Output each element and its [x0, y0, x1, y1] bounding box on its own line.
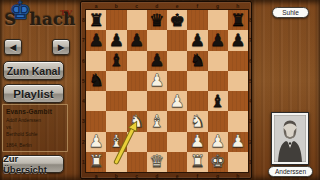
square-a7[interactable]: ♟ [86, 30, 106, 50]
white-knight: ♞ [187, 111, 207, 131]
zum-kanal-button[interactable]: Zum Kanal [3, 61, 64, 80]
white-bishop: ♝ [106, 132, 126, 152]
square-h8[interactable]: ♜ [228, 10, 248, 30]
prev-button[interactable]: ◀ [4, 39, 22, 55]
file-label: b [106, 173, 126, 179]
square-f7[interactable]: ♟ [187, 30, 207, 50]
black-bishop: ♝ [106, 51, 126, 71]
square-c8[interactable] [127, 10, 147, 30]
square-h7[interactable]: ♟ [228, 30, 248, 50]
square-g1[interactable]: ♚ [208, 152, 228, 172]
square-c2[interactable] [127, 132, 147, 152]
event-label: 1864, Berlin [6, 143, 64, 148]
file-label: d [147, 173, 167, 179]
square-d7[interactable] [147, 30, 167, 50]
white-bishop: ♝ [147, 111, 167, 131]
square-e7[interactable] [167, 30, 187, 50]
file-labels-top: abcdefgh [86, 3, 248, 9]
file-label: a [86, 3, 106, 9]
white-pawn: ♟ [208, 132, 228, 152]
square-f3[interactable]: ♞ [187, 111, 207, 131]
file-label: g [208, 3, 228, 9]
square-d3[interactable]: ♝ [147, 111, 167, 131]
portrait-image [274, 115, 306, 162]
black-pawn: ♟ [127, 30, 147, 50]
file-label: h [228, 173, 248, 179]
rank-label: 3 [248, 111, 253, 131]
file-label: c [127, 173, 147, 179]
square-e2[interactable] [167, 132, 187, 152]
game-info-box: Evans-Gambit Adolf Anderssen vs. Berthol… [2, 104, 68, 152]
rank-label: 4 [248, 91, 253, 111]
file-label: d [147, 3, 167, 9]
opening-title: Evans-Gambit [6, 108, 64, 115]
white-pawn: ♟ [187, 132, 207, 152]
square-g3[interactable] [208, 111, 228, 131]
black-pawn: ♟ [86, 30, 106, 50]
rank-label: 1 [248, 152, 253, 172]
white-rook: ♜ [187, 152, 207, 172]
square-d8[interactable]: ♛ [147, 10, 167, 30]
rank-label: 6 [248, 51, 253, 71]
square-f8[interactable] [187, 10, 207, 30]
white-player-badge: Anderssen [268, 166, 313, 177]
white-pawn: ♟ [167, 91, 187, 111]
file-label: a [86, 173, 106, 179]
rank-label: 5 [248, 71, 253, 91]
square-c3[interactable]: ♞ [127, 111, 147, 131]
square-b1[interactable] [106, 152, 126, 172]
square-h3[interactable] [228, 111, 248, 131]
square-b5[interactable] [106, 71, 126, 91]
square-d4[interactable] [147, 91, 167, 111]
square-a6[interactable] [86, 51, 106, 71]
file-label: h [228, 3, 248, 9]
square-a4[interactable] [86, 91, 106, 111]
square-b8[interactable] [106, 10, 126, 30]
logo-tv-superscript: TV [60, 7, 72, 17]
square-c1[interactable] [127, 152, 147, 172]
black-knight: ♞ [86, 71, 106, 91]
square-e5[interactable] [167, 71, 187, 91]
square-d2[interactable] [147, 132, 167, 152]
white-player-name: Adolf Anderssen [6, 118, 64, 125]
square-g5[interactable] [208, 71, 228, 91]
black-pawn: ♟ [147, 51, 167, 71]
white-pawn: ♟ [147, 71, 167, 91]
black-bishop: ♝ [208, 91, 228, 111]
white-king: ♚ [208, 152, 228, 172]
square-g8[interactable] [208, 10, 228, 30]
left-arrow-icon: ◀ [10, 43, 16, 52]
square-c7[interactable]: ♟ [127, 30, 147, 50]
anderssen-portrait [271, 112, 309, 165]
square-h4[interactable] [228, 91, 248, 111]
white-rook: ♜ [86, 152, 106, 172]
square-f2[interactable]: ♟ [187, 132, 207, 152]
square-f1[interactable]: ♜ [187, 152, 207, 172]
playlist-button[interactable]: Playlist [3, 84, 64, 103]
square-f5[interactable] [187, 71, 207, 91]
square-g6[interactable] [208, 51, 228, 71]
square-c4[interactable] [127, 91, 147, 111]
black-rook: ♜ [86, 10, 106, 30]
black-queen: ♛ [147, 10, 167, 30]
file-label: g [208, 173, 228, 179]
square-g7[interactable]: ♟ [208, 30, 228, 50]
black-pawn: ♟ [208, 30, 228, 50]
black-knight: ♞ [187, 51, 207, 71]
square-e4[interactable]: ♟ [167, 91, 187, 111]
rank-label: 7 [248, 30, 253, 50]
square-f4[interactable] [187, 91, 207, 111]
square-h1[interactable] [228, 152, 248, 172]
black-pawn: ♟ [187, 30, 207, 50]
board-frame: abcdefgh abcdefgh 87654321 87654321 ♜♛♚♜… [80, 1, 252, 179]
square-e8[interactable]: ♚ [167, 10, 187, 30]
schachtv-video-frame: ♚ Shach TV ◀ ▶ Zum Kanal Playlist Evans-… [0, 0, 320, 180]
square-c6[interactable] [127, 51, 147, 71]
zur-uebersicht-button[interactable]: Zur Übersicht [2, 155, 64, 173]
file-label: f [187, 3, 207, 9]
rank-label: 8 [248, 10, 253, 30]
black-rook: ♜ [228, 10, 248, 30]
square-b2[interactable]: ♝ [106, 132, 126, 152]
square-a8[interactable]: ♜ [86, 10, 106, 30]
white-pawn: ♟ [86, 132, 106, 152]
square-b7[interactable]: ♟ [106, 30, 126, 50]
square-a1[interactable]: ♜ [86, 152, 106, 172]
file-labels-bottom: abcdefgh [86, 173, 248, 179]
square-a2[interactable]: ♟ [86, 132, 106, 152]
square-g2[interactable]: ♟ [208, 132, 228, 152]
board-grid: ♜♛♚♜♟♟♟♟♟♟♝♟♞♞♟♟♝♞♝♞♟♝♟♟♟♜♛♜♚ [86, 10, 248, 172]
square-h6[interactable] [228, 51, 248, 71]
schachtv-logo: ♚ Shach TV [2, 0, 78, 38]
rank-labels-right: 87654321 [248, 10, 253, 172]
square-e3[interactable] [167, 111, 187, 131]
right-arrow-icon: ▶ [58, 43, 64, 52]
square-g4[interactable]: ♝ [208, 91, 228, 111]
square-h2[interactable]: ♟ [228, 132, 248, 152]
square-e1[interactable] [167, 152, 187, 172]
square-a5[interactable]: ♞ [86, 71, 106, 91]
square-d1[interactable]: ♛ [147, 152, 167, 172]
file-label: c [127, 3, 147, 9]
square-c5[interactable] [127, 71, 147, 91]
black-king: ♚ [167, 10, 187, 30]
square-b3[interactable] [106, 111, 126, 131]
white-queen: ♛ [147, 152, 167, 172]
white-pawn: ♟ [228, 132, 248, 152]
square-b6[interactable]: ♝ [106, 51, 126, 71]
square-d6[interactable]: ♟ [147, 51, 167, 71]
square-b4[interactable] [106, 91, 126, 111]
square-e6[interactable] [167, 51, 187, 71]
square-d5[interactable]: ♟ [147, 71, 167, 91]
white-knight: ♞ [127, 111, 147, 131]
black-player-name: Berthold Suhle [6, 132, 64, 139]
file-label: e [167, 173, 187, 179]
black-player-badge: Suhle [272, 7, 309, 18]
next-button[interactable]: ▶ [52, 39, 70, 55]
file-label: b [106, 3, 126, 9]
file-label: e [167, 3, 187, 9]
black-pawn: ♟ [228, 30, 248, 50]
square-a3[interactable] [86, 111, 106, 131]
black-pawn: ♟ [106, 30, 126, 50]
square-f6[interactable]: ♞ [187, 51, 207, 71]
square-h5[interactable] [228, 71, 248, 91]
file-label: f [187, 173, 207, 179]
vs-label: vs. [6, 125, 64, 132]
rank-label: 2 [248, 132, 253, 152]
